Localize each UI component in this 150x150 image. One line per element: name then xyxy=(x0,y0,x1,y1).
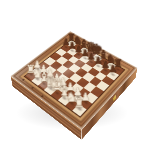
board-frame: ♜♞♝♛♚♝♞♜♟♟♟♟♟♟♟♟♟♟♟♟♟♟♟♟♜♞♝♛♚♝♞♜ xyxy=(11,31,138,130)
brass-latch-icon xyxy=(113,94,116,101)
black-pawn[interactable]: ♟ xyxy=(106,64,120,74)
scene: ♜♞♝♛♚♝♞♜♟♟♟♟♟♟♟♟♟♟♟♟♟♟♟♟♜♞♝♛♚♝♞♜ xyxy=(0,0,150,150)
chess-box: ♜♞♝♛♚♝♞♜♟♟♟♟♟♟♟♟♟♟♟♟♟♟♟♟♜♞♝♛♚♝♞♜ xyxy=(11,31,138,130)
white-rook[interactable]: ♜ xyxy=(71,96,87,108)
piece-glyph: ♟ xyxy=(106,64,120,74)
piece-glyph: ♜ xyxy=(71,96,87,108)
